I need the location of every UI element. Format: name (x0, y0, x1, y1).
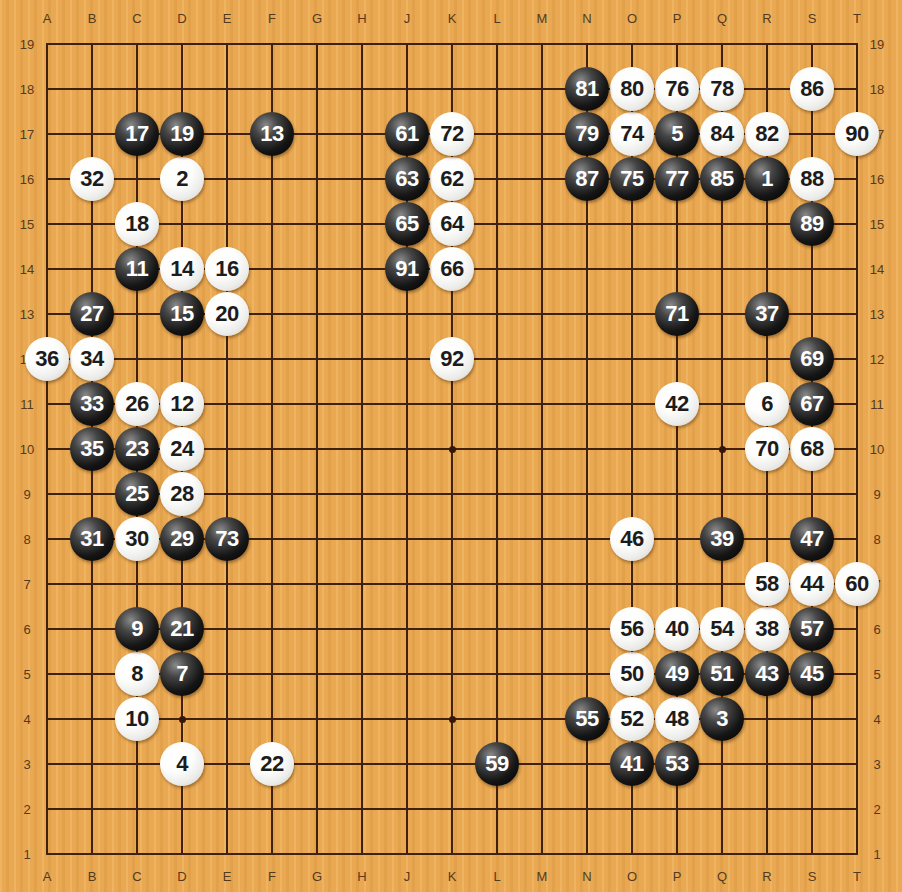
move-number: 8 (131, 663, 143, 685)
move-number: 55 (575, 708, 598, 730)
stone-black-39-Q8[interactable]: 39 (700, 517, 744, 561)
stone-black-5-P17[interactable]: 5 (655, 112, 699, 156)
stone-white-4-D3[interactable]: 4 (160, 742, 204, 786)
stone-black-53-P3[interactable]: 53 (655, 742, 699, 786)
stone-white-30-C8[interactable]: 30 (115, 517, 159, 561)
stone-black-31-B8[interactable]: 31 (70, 517, 114, 561)
stone-black-67-S11[interactable]: 67 (790, 382, 834, 426)
stone-black-59-L3[interactable]: 59 (475, 742, 519, 786)
stone-black-23-C10[interactable]: 23 (115, 427, 159, 471)
stone-black-17-C17[interactable]: 17 (115, 112, 159, 156)
stone-white-40-P6[interactable]: 40 (655, 607, 699, 651)
star-point-D4 (179, 716, 186, 723)
move-number: 48 (665, 708, 688, 730)
move-number: 89 (800, 213, 823, 235)
move-number: 87 (575, 168, 598, 190)
stone-black-55-N4[interactable]: 55 (565, 697, 609, 741)
move-number: 32 (80, 168, 103, 190)
move-number: 43 (755, 663, 778, 685)
stone-white-60-T7[interactable]: 60 (835, 562, 879, 606)
move-number: 53 (665, 753, 688, 775)
star-point-K4 (449, 716, 456, 723)
move-number: 51 (710, 663, 733, 685)
move-number: 68 (800, 438, 823, 460)
move-number: 45 (800, 663, 823, 685)
move-number: 33 (80, 393, 103, 415)
stone-black-73-E8[interactable]: 73 (205, 517, 249, 561)
stone-white-80-O18[interactable]: 80 (610, 67, 654, 111)
move-number: 6 (761, 393, 773, 415)
stone-white-48-P4[interactable]: 48 (655, 697, 699, 741)
move-number: 13 (260, 123, 283, 145)
move-number: 1 (761, 168, 773, 190)
stone-white-24-D10[interactable]: 24 (160, 427, 204, 471)
stone-white-38-R6[interactable]: 38 (745, 607, 789, 651)
move-number: 84 (710, 123, 733, 145)
move-number: 7 (176, 663, 188, 685)
stone-white-70-R10[interactable]: 70 (745, 427, 789, 471)
stone-black-49-P5[interactable]: 49 (655, 652, 699, 696)
move-number: 41 (620, 753, 643, 775)
move-number: 21 (170, 618, 193, 640)
stone-white-20-E13[interactable]: 20 (205, 292, 249, 336)
move-number: 25 (125, 483, 148, 505)
stone-white-26-C11[interactable]: 26 (115, 382, 159, 426)
move-number: 64 (440, 213, 463, 235)
move-number: 56 (620, 618, 643, 640)
stone-black-43-R5[interactable]: 43 (745, 652, 789, 696)
move-number: 66 (440, 258, 463, 280)
move-number: 76 (665, 78, 688, 100)
stone-white-64-K15[interactable]: 64 (430, 202, 474, 246)
stone-white-56-O6[interactable]: 56 (610, 607, 654, 651)
stone-black-3-Q4[interactable]: 3 (700, 697, 744, 741)
move-number: 61 (395, 123, 418, 145)
stone-black-89-S15[interactable]: 89 (790, 202, 834, 246)
stone-black-27-B13[interactable]: 27 (70, 292, 114, 336)
stone-white-42-P11[interactable]: 42 (655, 382, 699, 426)
move-number: 23 (125, 438, 148, 460)
move-number: 49 (665, 663, 688, 685)
stone-white-58-R7[interactable]: 58 (745, 562, 789, 606)
star-point-Q10 (719, 446, 726, 453)
stone-white-16-E14[interactable]: 16 (205, 247, 249, 291)
move-number: 24 (170, 438, 193, 460)
move-number: 88 (800, 168, 823, 190)
move-number: 26 (125, 393, 148, 415)
stone-white-8-C5[interactable]: 8 (115, 652, 159, 696)
move-number: 86 (800, 78, 823, 100)
stone-white-92-K12[interactable]: 92 (430, 337, 474, 381)
stone-white-88-S16[interactable]: 88 (790, 157, 834, 201)
move-number: 71 (665, 303, 688, 325)
stone-white-2-D16[interactable]: 2 (160, 157, 204, 201)
move-number: 5 (671, 123, 683, 145)
move-number: 91 (395, 258, 418, 280)
stone-black-91-J14[interactable]: 91 (385, 247, 429, 291)
stone-black-35-B10[interactable]: 35 (70, 427, 114, 471)
move-number: 31 (80, 528, 103, 550)
stone-black-13-F17[interactable]: 13 (250, 112, 294, 156)
move-number: 34 (80, 348, 103, 370)
stone-white-32-B16[interactable]: 32 (70, 157, 114, 201)
stone-black-75-O16[interactable]: 75 (610, 157, 654, 201)
stone-black-63-J16[interactable]: 63 (385, 157, 429, 201)
move-number: 74 (620, 123, 643, 145)
move-number: 70 (755, 438, 778, 460)
move-number: 80 (620, 78, 643, 100)
stone-black-19-D17[interactable]: 19 (160, 112, 204, 156)
stone-black-57-S6[interactable]: 57 (790, 607, 834, 651)
move-number: 60 (845, 573, 868, 595)
move-number: 38 (755, 618, 778, 640)
move-number: 63 (395, 168, 418, 190)
move-number: 75 (620, 168, 643, 190)
move-number: 36 (35, 348, 58, 370)
stone-black-21-D6[interactable]: 21 (160, 607, 204, 651)
stone-white-28-D9[interactable]: 28 (160, 472, 204, 516)
move-number: 47 (800, 528, 823, 550)
move-number: 77 (665, 168, 688, 190)
move-number: 39 (710, 528, 733, 550)
move-number: 82 (755, 123, 778, 145)
stone-black-15-D13[interactable]: 15 (160, 292, 204, 336)
stone-black-81-N18[interactable]: 81 (565, 67, 609, 111)
stone-white-76-P18[interactable]: 76 (655, 67, 699, 111)
stone-black-7-D5[interactable]: 7 (160, 652, 204, 696)
stone-white-66-K14[interactable]: 66 (430, 247, 474, 291)
move-number: 78 (710, 78, 733, 100)
stone-black-11-C14[interactable]: 11 (115, 247, 159, 291)
stone-black-47-S8[interactable]: 47 (790, 517, 834, 561)
stone-white-6-R11[interactable]: 6 (745, 382, 789, 426)
move-number: 73 (215, 528, 238, 550)
move-number: 44 (800, 573, 823, 595)
stone-black-9-C6[interactable]: 9 (115, 607, 159, 651)
stone-white-22-F3[interactable]: 22 (250, 742, 294, 786)
move-number: 58 (755, 573, 778, 595)
star-point-K10 (449, 446, 456, 453)
stone-black-85-Q16[interactable]: 85 (700, 157, 744, 201)
stone-black-1-R16[interactable]: 1 (745, 157, 789, 201)
stone-white-36-A12[interactable]: 36 (25, 337, 69, 381)
stone-black-41-O3[interactable]: 41 (610, 742, 654, 786)
stone-white-12-D11[interactable]: 12 (160, 382, 204, 426)
stone-white-52-O4[interactable]: 52 (610, 697, 654, 741)
move-number: 10 (125, 708, 148, 730)
stone-white-82-R17[interactable]: 82 (745, 112, 789, 156)
stone-white-50-O5[interactable]: 50 (610, 652, 654, 696)
stone-black-45-S5[interactable]: 45 (790, 652, 834, 696)
stone-white-68-S10[interactable]: 68 (790, 427, 834, 471)
move-number: 11 (126, 258, 148, 280)
stone-white-84-Q17[interactable]: 84 (700, 112, 744, 156)
move-number: 20 (215, 303, 238, 325)
stone-white-54-Q6[interactable]: 54 (700, 607, 744, 651)
stone-white-44-S7[interactable]: 44 (790, 562, 834, 606)
move-number: 3 (716, 708, 728, 730)
move-number: 79 (575, 123, 598, 145)
move-number: 35 (80, 438, 103, 460)
stone-black-25-C9[interactable]: 25 (115, 472, 159, 516)
stone-white-62-K16[interactable]: 62 (430, 157, 474, 201)
stone-white-18-C15[interactable]: 18 (115, 202, 159, 246)
stone-black-51-Q5[interactable]: 51 (700, 652, 744, 696)
move-number: 12 (170, 393, 193, 415)
move-number: 62 (440, 168, 463, 190)
stone-black-87-N16[interactable]: 87 (565, 157, 609, 201)
stone-black-65-J15[interactable]: 65 (385, 202, 429, 246)
move-number: 16 (215, 258, 238, 280)
move-number: 65 (395, 213, 418, 235)
move-number: 15 (170, 303, 193, 325)
stone-black-71-P13[interactable]: 71 (655, 292, 699, 336)
stone-black-79-N17[interactable]: 79 (565, 112, 609, 156)
move-number: 2 (176, 168, 188, 190)
stone-white-72-K17[interactable]: 72 (430, 112, 474, 156)
move-number: 17 (125, 123, 148, 145)
stone-white-78-Q18[interactable]: 78 (700, 67, 744, 111)
move-number: 42 (665, 393, 688, 415)
move-number: 72 (440, 123, 463, 145)
move-number: 18 (125, 213, 148, 235)
move-number: 22 (260, 753, 283, 775)
move-number: 57 (800, 618, 823, 640)
stone-black-61-J17[interactable]: 61 (385, 112, 429, 156)
move-number: 27 (80, 303, 103, 325)
move-number: 67 (800, 393, 823, 415)
stone-black-77-P16[interactable]: 77 (655, 157, 699, 201)
move-number: 69 (800, 348, 823, 370)
stone-white-90-T17[interactable]: 90 (835, 112, 879, 156)
move-number: 40 (665, 618, 688, 640)
move-number: 37 (755, 303, 778, 325)
go-board: ABCDEFGHJKLMNOPQRST ABCDEFGHJKLMNOPQRST … (0, 0, 902, 892)
move-number: 14 (170, 258, 193, 280)
move-number: 59 (485, 753, 508, 775)
stone-white-86-S18[interactable]: 86 (790, 67, 834, 111)
move-number: 90 (845, 123, 868, 145)
stone-black-37-R13[interactable]: 37 (745, 292, 789, 336)
move-number: 9 (131, 618, 143, 640)
move-number: 85 (710, 168, 733, 190)
stone-white-34-B12[interactable]: 34 (70, 337, 114, 381)
stone-white-74-O17[interactable]: 74 (610, 112, 654, 156)
move-number: 54 (710, 618, 733, 640)
move-number: 81 (575, 78, 598, 100)
stone-white-10-C4[interactable]: 10 (115, 697, 159, 741)
move-number: 52 (620, 708, 643, 730)
stone-white-14-D14[interactable]: 14 (160, 247, 204, 291)
stone-black-33-B11[interactable]: 33 (70, 382, 114, 426)
stone-black-29-D8[interactable]: 29 (160, 517, 204, 561)
move-number: 50 (620, 663, 643, 685)
move-number: 46 (620, 528, 643, 550)
move-number: 4 (176, 753, 188, 775)
move-number: 28 (170, 483, 193, 505)
move-number: 30 (125, 528, 148, 550)
board-intersections[interactable]: 1234567891011121314151617181920212223242… (25, 22, 880, 877)
move-number: 92 (440, 348, 463, 370)
stone-black-69-S12[interactable]: 69 (790, 337, 834, 381)
move-number: 29 (170, 528, 193, 550)
stone-white-46-O8[interactable]: 46 (610, 517, 654, 561)
move-number: 19 (170, 123, 193, 145)
